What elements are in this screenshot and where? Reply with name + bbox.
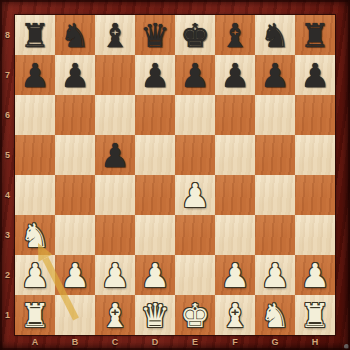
square-h2[interactable]: ♟ <box>295 255 335 295</box>
file-labels: ABCDEFGH <box>15 335 335 350</box>
piece-white-pawn[interactable]: ♟ <box>295 255 335 295</box>
piece-black-pawn[interactable]: ♟ <box>295 55 335 95</box>
square-g6[interactable] <box>255 95 295 135</box>
square-b4[interactable] <box>55 175 95 215</box>
piece-white-pawn[interactable]: ♟ <box>175 175 215 215</box>
square-g8[interactable]: ♞ <box>255 15 295 55</box>
piece-black-pawn[interactable]: ♟ <box>95 135 135 175</box>
square-c4[interactable] <box>95 175 135 215</box>
square-a8[interactable]: ♜ <box>15 15 55 55</box>
file-label-d: D <box>135 335 175 350</box>
square-c2[interactable]: ♟ <box>95 255 135 295</box>
file-label-b: B <box>55 335 95 350</box>
piece-black-pawn[interactable]: ♟ <box>255 55 295 95</box>
square-f8[interactable]: ♝ <box>215 15 255 55</box>
square-f3[interactable] <box>215 215 255 255</box>
square-b6[interactable] <box>55 95 95 135</box>
piece-black-pawn[interactable]: ♟ <box>135 55 175 95</box>
square-e6[interactable] <box>175 95 215 135</box>
square-f2[interactable]: ♟ <box>215 255 255 295</box>
file-label-c: C <box>95 335 135 350</box>
square-e5[interactable] <box>175 135 215 175</box>
rank-label-5: 5 <box>0 135 15 175</box>
file-label-a: A <box>15 335 55 350</box>
file-label-h: H <box>295 335 335 350</box>
square-h6[interactable] <box>295 95 335 135</box>
square-a1[interactable]: ♜ <box>15 295 55 335</box>
piece-white-pawn[interactable]: ♟ <box>55 255 95 295</box>
piece-white-king[interactable]: ♚ <box>175 295 215 335</box>
square-f6[interactable] <box>215 95 255 135</box>
piece-white-pawn[interactable]: ♟ <box>215 255 255 295</box>
square-f7[interactable]: ♟ <box>215 55 255 95</box>
square-g4[interactable] <box>255 175 295 215</box>
square-h5[interactable] <box>295 135 335 175</box>
piece-black-rook[interactable]: ♜ <box>295 15 335 55</box>
square-d5[interactable] <box>135 135 175 175</box>
square-g5[interactable] <box>255 135 295 175</box>
square-d8[interactable]: ♛ <box>135 15 175 55</box>
piece-white-knight[interactable]: ♞ <box>15 215 55 255</box>
piece-white-knight[interactable]: ♞ <box>255 295 295 335</box>
square-c5[interactable]: ♟ <box>95 135 135 175</box>
piece-black-bishop[interactable]: ♝ <box>95 15 135 55</box>
square-a3[interactable]: ♞ <box>15 215 55 255</box>
square-g3[interactable] <box>255 215 295 255</box>
rank-label-6: 6 <box>0 95 15 135</box>
square-b1[interactable] <box>55 295 95 335</box>
rank-label-4: 4 <box>0 175 15 215</box>
square-a7[interactable]: ♟ <box>15 55 55 95</box>
square-b5[interactable] <box>55 135 95 175</box>
piece-black-bishop[interactable]: ♝ <box>215 15 255 55</box>
piece-white-pawn[interactable]: ♟ <box>135 255 175 295</box>
corner-dot <box>344 344 349 349</box>
square-b8[interactable]: ♞ <box>55 15 95 55</box>
square-d3[interactable] <box>135 215 175 255</box>
square-b2[interactable]: ♟ <box>55 255 95 295</box>
file-label-e: E <box>175 335 215 350</box>
piece-black-knight[interactable]: ♞ <box>255 15 295 55</box>
piece-white-queen[interactable]: ♛ <box>135 295 175 335</box>
square-e3[interactable] <box>175 215 215 255</box>
file-label-f: F <box>215 335 255 350</box>
square-e1[interactable]: ♚ <box>175 295 215 335</box>
square-f5[interactable] <box>215 135 255 175</box>
square-b7[interactable]: ♟ <box>55 55 95 95</box>
rank-label-2: 2 <box>0 255 15 295</box>
file-label-g: G <box>255 335 295 350</box>
piece-white-bishop[interactable]: ♝ <box>95 295 135 335</box>
square-f4[interactable] <box>215 175 255 215</box>
piece-white-pawn[interactable]: ♟ <box>255 255 295 295</box>
square-d6[interactable] <box>135 95 175 135</box>
square-h7[interactable]: ♟ <box>295 55 335 95</box>
rank-label-7: 7 <box>0 55 15 95</box>
square-e2[interactable] <box>175 255 215 295</box>
piece-black-pawn[interactable]: ♟ <box>175 55 215 95</box>
square-e8[interactable]: ♚ <box>175 15 215 55</box>
square-h8[interactable]: ♜ <box>295 15 335 55</box>
square-c7[interactable] <box>95 55 135 95</box>
piece-black-pawn[interactable]: ♟ <box>15 55 55 95</box>
square-d7[interactable]: ♟ <box>135 55 175 95</box>
piece-black-pawn[interactable]: ♟ <box>215 55 255 95</box>
square-e7[interactable]: ♟ <box>175 55 215 95</box>
square-b3[interactable] <box>55 215 95 255</box>
square-g2[interactable]: ♟ <box>255 255 295 295</box>
square-a4[interactable] <box>15 175 55 215</box>
square-h1[interactable]: ♜ <box>295 295 335 335</box>
piece-white-pawn[interactable]: ♟ <box>15 255 55 295</box>
rank-label-8: 8 <box>0 15 15 55</box>
square-a6[interactable] <box>15 95 55 135</box>
square-h4[interactable] <box>295 175 335 215</box>
square-c8[interactable]: ♝ <box>95 15 135 55</box>
square-d4[interactable] <box>135 175 175 215</box>
piece-black-queen[interactable]: ♛ <box>135 15 175 55</box>
rank-label-1: 1 <box>0 295 15 335</box>
square-a5[interactable] <box>15 135 55 175</box>
square-g7[interactable]: ♟ <box>255 55 295 95</box>
chess-board-frame: 87654321 ♜♞♝♛♚♝♞♜♟♟♟♟♟♟♟♟♟♞♟♟♟♟♟♟♟♜♝♛♚♝♞… <box>0 0 350 350</box>
square-g1[interactable]: ♞ <box>255 295 295 335</box>
square-e4[interactable]: ♟ <box>175 175 215 215</box>
square-h3[interactable] <box>295 215 335 255</box>
piece-white-bishop[interactable]: ♝ <box>215 295 255 335</box>
square-d2[interactable]: ♟ <box>135 255 175 295</box>
square-c3[interactable] <box>95 215 135 255</box>
square-c1[interactable]: ♝ <box>95 295 135 335</box>
piece-white-pawn[interactable]: ♟ <box>95 255 135 295</box>
piece-white-rook[interactable]: ♜ <box>295 295 335 335</box>
square-a2[interactable]: ♟ <box>15 255 55 295</box>
chess-board[interactable]: ♜♞♝♛♚♝♞♜♟♟♟♟♟♟♟♟♟♞♟♟♟♟♟♟♟♜♝♛♚♝♞♜ <box>15 15 335 335</box>
square-f1[interactable]: ♝ <box>215 295 255 335</box>
square-c6[interactable] <box>95 95 135 135</box>
square-d1[interactable]: ♛ <box>135 295 175 335</box>
piece-black-knight[interactable]: ♞ <box>55 15 95 55</box>
piece-black-rook[interactable]: ♜ <box>15 15 55 55</box>
rank-labels: 87654321 <box>0 15 15 335</box>
piece-white-rook[interactable]: ♜ <box>15 295 55 335</box>
piece-black-king[interactable]: ♚ <box>175 15 215 55</box>
piece-black-pawn[interactable]: ♟ <box>55 55 95 95</box>
rank-label-3: 3 <box>0 215 15 255</box>
